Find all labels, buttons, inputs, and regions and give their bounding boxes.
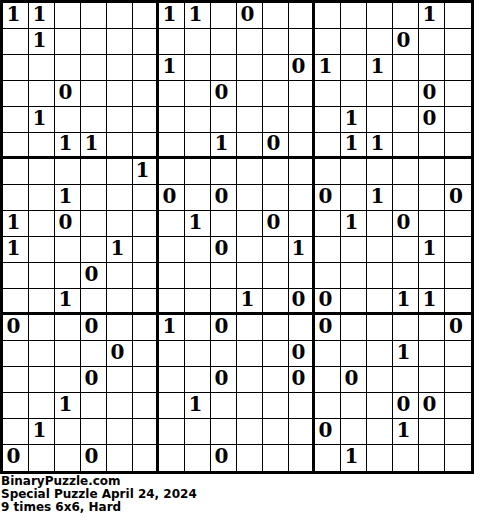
cell-r5c5[interactable] <box>107 107 133 133</box>
cell-r11c12[interactable] <box>289 263 315 289</box>
given-digit: 1 <box>371 54 385 78</box>
cell-r15c15[interactable] <box>367 367 393 393</box>
given-digit: 0 <box>397 210 411 234</box>
cell-r10c7[interactable] <box>159 237 185 263</box>
cell-r17c15[interactable] <box>367 419 393 445</box>
cell-r7c5[interactable] <box>107 159 133 185</box>
cell-r13c11[interactable] <box>263 315 289 341</box>
given-digit: 0 <box>215 444 229 468</box>
cell-r17c14[interactable] <box>341 419 367 445</box>
cell-r11c9[interactable] <box>211 263 237 289</box>
cell-r14c17[interactable] <box>419 341 445 367</box>
cell-r1c14[interactable] <box>341 3 367 29</box>
given-digit: 0 <box>215 314 229 338</box>
cell-r18c18[interactable] <box>445 445 471 471</box>
cell-r1c7: 1 <box>159 3 185 29</box>
cell-r7c15[interactable] <box>367 159 393 185</box>
cell-r3c17[interactable] <box>419 55 445 81</box>
given-digit: 0 <box>319 314 333 338</box>
cell-r4c11[interactable] <box>263 81 289 107</box>
cell-r9c1: 1 <box>3 211 29 237</box>
cell-r8c8[interactable] <box>185 185 211 211</box>
cell-r14c7[interactable] <box>159 341 185 367</box>
cell-r5c4[interactable] <box>81 107 107 133</box>
cell-r16c1[interactable] <box>3 393 29 419</box>
cell-r1c13[interactable] <box>315 3 341 29</box>
cell-r3c8[interactable] <box>185 55 211 81</box>
cell-r3c11[interactable] <box>263 55 289 81</box>
cell-r5c9[interactable] <box>211 107 237 133</box>
cell-r3c18[interactable] <box>445 55 471 81</box>
cell-r2c14[interactable] <box>341 29 367 55</box>
cell-r2c6[interactable] <box>133 29 159 55</box>
cell-r4c2[interactable] <box>29 81 55 107</box>
cell-r4c4[interactable] <box>81 81 107 107</box>
cell-r4c7[interactable] <box>159 81 185 107</box>
cell-r7c14[interactable] <box>341 159 367 185</box>
cell-r4c12[interactable] <box>289 81 315 107</box>
cell-r17c18[interactable] <box>445 419 471 445</box>
cell-r17c11[interactable] <box>263 419 289 445</box>
cell-r1c6[interactable] <box>133 3 159 29</box>
cell-r16c17: 0 <box>419 393 445 419</box>
cell-r14c3[interactable] <box>55 341 81 367</box>
cell-r11c7[interactable] <box>159 263 185 289</box>
cell-r6c3: 1 <box>55 133 81 159</box>
cell-r6c16[interactable] <box>393 133 419 159</box>
cell-r2c18[interactable] <box>445 29 471 55</box>
cell-r6c18[interactable] <box>445 133 471 159</box>
puzzle-board: 1111011010110001101110111100010101010110… <box>0 0 474 474</box>
given-digit: 0 <box>215 80 229 104</box>
cell-r8c6[interactable] <box>133 185 159 211</box>
cell-r1c2: 1 <box>29 3 55 29</box>
given-digit: 1 <box>397 418 411 442</box>
cell-r1c9[interactable] <box>211 3 237 29</box>
cell-r4c15[interactable] <box>367 81 393 107</box>
given-digit: 1 <box>189 2 203 26</box>
cell-r7c18[interactable] <box>445 159 471 185</box>
cell-r9c9[interactable] <box>211 211 237 237</box>
cell-r18c5[interactable] <box>107 445 133 471</box>
cell-r8c15: 1 <box>367 185 393 211</box>
cell-r15c14: 0 <box>341 367 367 393</box>
cell-r17c12[interactable] <box>289 419 315 445</box>
cell-r14c11[interactable] <box>263 341 289 367</box>
cell-r6c5[interactable] <box>107 133 133 159</box>
cell-r15c10[interactable] <box>237 367 263 393</box>
cell-r5c8[interactable] <box>185 107 211 133</box>
cell-r13c15[interactable] <box>367 315 393 341</box>
cell-r11c6[interactable] <box>133 263 159 289</box>
cell-r7c4[interactable] <box>81 159 107 185</box>
given-digit: 0 <box>85 444 99 468</box>
cell-r2c13[interactable] <box>315 29 341 55</box>
cell-r12c6[interactable] <box>133 289 159 315</box>
cell-r3c10[interactable] <box>237 55 263 81</box>
cell-r12c5[interactable] <box>107 289 133 315</box>
cell-r3c12: 0 <box>289 55 315 81</box>
cell-r18c2[interactable] <box>29 445 55 471</box>
cell-r6c15: 1 <box>367 133 393 159</box>
cell-r10c14[interactable] <box>341 237 367 263</box>
cell-r13c16[interactable] <box>393 315 419 341</box>
cell-r16c14[interactable] <box>341 393 367 419</box>
given-digit: 0 <box>215 184 229 208</box>
cell-r3c3[interactable] <box>55 55 81 81</box>
cell-r5c16[interactable] <box>393 107 419 133</box>
cell-r8c2[interactable] <box>29 185 55 211</box>
cell-r6c1[interactable] <box>3 133 29 159</box>
cell-r3c6[interactable] <box>133 55 159 81</box>
cell-r18c3[interactable] <box>55 445 81 471</box>
cell-r4c1[interactable] <box>3 81 29 107</box>
cell-r3c1[interactable] <box>3 55 29 81</box>
cell-r15c6[interactable] <box>133 367 159 393</box>
cell-r8c4[interactable] <box>81 185 107 211</box>
cell-r18c13[interactable] <box>315 445 341 471</box>
cell-r10c11[interactable] <box>263 237 289 263</box>
cell-r16c10[interactable] <box>237 393 263 419</box>
cell-r7c7[interactable] <box>159 159 185 185</box>
cell-r15c8[interactable] <box>185 367 211 393</box>
cell-r2c7[interactable] <box>159 29 185 55</box>
cell-r17c10[interactable] <box>237 419 263 445</box>
cell-r13c10[interactable] <box>237 315 263 341</box>
given-digit: 1 <box>85 131 99 155</box>
cell-r14c15[interactable] <box>367 341 393 367</box>
cell-r18c15[interactable] <box>367 445 393 471</box>
cell-r14c10[interactable] <box>237 341 263 367</box>
cell-r11c17[interactable] <box>419 263 445 289</box>
cell-r17c1[interactable] <box>3 419 29 445</box>
cell-r5c12[interactable] <box>289 107 315 133</box>
cell-r10c12: 1 <box>289 237 315 263</box>
cell-r2c12[interactable] <box>289 29 315 55</box>
cell-r13c8[interactable] <box>185 315 211 341</box>
cell-r13c6[interactable] <box>133 315 159 341</box>
cell-r12c8[interactable] <box>185 289 211 315</box>
cell-r1c15[interactable] <box>367 3 393 29</box>
cell-r2c1[interactable] <box>3 29 29 55</box>
cell-r7c13[interactable] <box>315 159 341 185</box>
cell-r9c18[interactable] <box>445 211 471 237</box>
cell-r18c10[interactable] <box>237 445 263 471</box>
given-digit: 1 <box>33 2 47 26</box>
cell-r4c13[interactable] <box>315 81 341 107</box>
cell-r10c8[interactable] <box>185 237 211 263</box>
cell-r6c10[interactable] <box>237 133 263 159</box>
given-digit: 1 <box>33 106 47 130</box>
cell-r16c7[interactable] <box>159 393 185 419</box>
cell-r14c9[interactable] <box>211 341 237 367</box>
cell-r14c6[interactable] <box>133 341 159 367</box>
cell-r17c4[interactable] <box>81 419 107 445</box>
cell-r8c3: 1 <box>55 185 81 211</box>
cell-r5c11[interactable] <box>263 107 289 133</box>
cell-r11c13[interactable] <box>315 263 341 289</box>
cell-r18c12[interactable] <box>289 445 315 471</box>
cell-r1c1: 1 <box>3 3 29 29</box>
cell-r1c12[interactable] <box>289 3 315 29</box>
cell-r10c15[interactable] <box>367 237 393 263</box>
cell-r3c4[interactable] <box>81 55 107 81</box>
cell-r1c16[interactable] <box>393 3 419 29</box>
cell-r2c9[interactable] <box>211 29 237 55</box>
cell-r2c8[interactable] <box>185 29 211 55</box>
cell-r13c12[interactable] <box>289 315 315 341</box>
cell-r5c18[interactable] <box>445 107 471 133</box>
cell-r15c1[interactable] <box>3 367 29 393</box>
cell-r9c12[interactable] <box>289 211 315 237</box>
cell-r11c2[interactable] <box>29 263 55 289</box>
cell-r2c5[interactable] <box>107 29 133 55</box>
cell-r8c18: 0 <box>445 185 471 211</box>
cell-r14c13[interactable] <box>315 341 341 367</box>
cell-r11c3[interactable] <box>55 263 81 289</box>
cell-r3c5[interactable] <box>107 55 133 81</box>
given-digit: 0 <box>241 2 255 26</box>
cell-r9c10[interactable] <box>237 211 263 237</box>
cell-r12c7[interactable] <box>159 289 185 315</box>
cell-r7c9[interactable] <box>211 159 237 185</box>
cell-r16c18[interactable] <box>445 393 471 419</box>
cell-r17c6[interactable] <box>133 419 159 445</box>
cell-r15c11[interactable] <box>263 367 289 393</box>
cell-r10c9: 0 <box>211 237 237 263</box>
cell-r14c4[interactable] <box>81 341 107 367</box>
cell-r2c15[interactable] <box>367 29 393 55</box>
cell-r13c18: 0 <box>445 315 471 341</box>
cell-r10c10[interactable] <box>237 237 263 263</box>
cell-r5c3[interactable] <box>55 107 81 133</box>
cell-r11c14[interactable] <box>341 263 367 289</box>
cell-r17c9[interactable] <box>211 419 237 445</box>
cell-r16c2[interactable] <box>29 393 55 419</box>
cell-r1c5[interactable] <box>107 3 133 29</box>
cell-r12c12: 0 <box>289 289 315 315</box>
cell-r8c17[interactable] <box>419 185 445 211</box>
cell-r7c2[interactable] <box>29 159 55 185</box>
given-digit: 1 <box>241 287 255 311</box>
cell-r16c4[interactable] <box>81 393 107 419</box>
cell-r7c11[interactable] <box>263 159 289 185</box>
cell-r2c11[interactable] <box>263 29 289 55</box>
cell-r6c8[interactable] <box>185 133 211 159</box>
cell-r4c10[interactable] <box>237 81 263 107</box>
cell-r9c5[interactable] <box>107 211 133 237</box>
cell-r18c6[interactable] <box>133 445 159 471</box>
cell-r3c14[interactable] <box>341 55 367 81</box>
cell-r2c10[interactable] <box>237 29 263 55</box>
cell-r5c15[interactable] <box>367 107 393 133</box>
cell-r14c14[interactable] <box>341 341 367 367</box>
cell-r11c10[interactable] <box>237 263 263 289</box>
cell-r6c13[interactable] <box>315 133 341 159</box>
cell-r4c8[interactable] <box>185 81 211 107</box>
cell-r11c5[interactable] <box>107 263 133 289</box>
cell-r13c2[interactable] <box>29 315 55 341</box>
cell-r14c1[interactable] <box>3 341 29 367</box>
cell-r6c2[interactable] <box>29 133 55 159</box>
cell-r9c13[interactable] <box>315 211 341 237</box>
cell-r15c2[interactable] <box>29 367 55 393</box>
cell-r13c3[interactable] <box>55 315 81 341</box>
cell-r7c1[interactable] <box>3 159 29 185</box>
given-digit: 1 <box>423 287 437 311</box>
cell-r14c8[interactable] <box>185 341 211 367</box>
cell-r5c10[interactable] <box>237 107 263 133</box>
cell-r2c3[interactable] <box>55 29 81 55</box>
cell-r10c18[interactable] <box>445 237 471 263</box>
cell-r12c2[interactable] <box>29 289 55 315</box>
cell-r16c9[interactable] <box>211 393 237 419</box>
cell-r12c4[interactable] <box>81 289 107 315</box>
cell-r17c8[interactable] <box>185 419 211 445</box>
cell-r16c15[interactable] <box>367 393 393 419</box>
cell-r16c6[interactable] <box>133 393 159 419</box>
given-digit: 0 <box>163 184 177 208</box>
cell-r15c5[interactable] <box>107 367 133 393</box>
cell-r7c10[interactable] <box>237 159 263 185</box>
cell-r11c16[interactable] <box>393 263 419 289</box>
cell-r10c13[interactable] <box>315 237 341 263</box>
given-digit: 0 <box>215 366 229 390</box>
cell-r3c16[interactable] <box>393 55 419 81</box>
cell-r14c18[interactable] <box>445 341 471 367</box>
cell-r6c12[interactable] <box>289 133 315 159</box>
cell-r13c17[interactable] <box>419 315 445 341</box>
cell-r7c3[interactable] <box>55 159 81 185</box>
cell-r18c16[interactable] <box>393 445 419 471</box>
cell-r18c7[interactable] <box>159 445 185 471</box>
cell-r15c18[interactable] <box>445 367 471 393</box>
given-digit: 1 <box>189 392 203 416</box>
cell-r6c7[interactable] <box>159 133 185 159</box>
cell-r16c13[interactable] <box>315 393 341 419</box>
cell-r4c3: 0 <box>55 81 81 107</box>
cell-r16c8: 1 <box>185 393 211 419</box>
cell-r4c14[interactable] <box>341 81 367 107</box>
cell-r14c2[interactable] <box>29 341 55 367</box>
given-digit: 0 <box>85 314 99 338</box>
cell-r8c5[interactable] <box>107 185 133 211</box>
cell-r16c11[interactable] <box>263 393 289 419</box>
cell-r8c11[interactable] <box>263 185 289 211</box>
cell-r18c11[interactable] <box>263 445 289 471</box>
cell-r10c16[interactable] <box>393 237 419 263</box>
cell-r8c14[interactable] <box>341 185 367 211</box>
cell-r3c9[interactable] <box>211 55 237 81</box>
cell-r12c18[interactable] <box>445 289 471 315</box>
given-digit: 0 <box>397 28 411 52</box>
cell-r11c1[interactable] <box>3 263 29 289</box>
cell-r8c12[interactable] <box>289 185 315 211</box>
cell-r11c11[interactable] <box>263 263 289 289</box>
cell-r7c12[interactable] <box>289 159 315 185</box>
cell-r15c17[interactable] <box>419 367 445 393</box>
cell-r8c10[interactable] <box>237 185 263 211</box>
cell-r17c17[interactable] <box>419 419 445 445</box>
cell-r9c6[interactable] <box>133 211 159 237</box>
cell-r15c13[interactable] <box>315 367 341 393</box>
cell-r9c2[interactable] <box>29 211 55 237</box>
cell-r17c7[interactable] <box>159 419 185 445</box>
cell-r4c5[interactable] <box>107 81 133 107</box>
cell-r5c13[interactable] <box>315 107 341 133</box>
given-digit: 1 <box>33 28 47 52</box>
cell-r10c4[interactable] <box>81 237 107 263</box>
cell-r16c12[interactable] <box>289 393 315 419</box>
cell-r2c17[interactable] <box>419 29 445 55</box>
cell-r6c17[interactable] <box>419 133 445 159</box>
cell-r5c6[interactable] <box>133 107 159 133</box>
cell-r18c8[interactable] <box>185 445 211 471</box>
cell-r15c7[interactable] <box>159 367 185 393</box>
cell-r9c17[interactable] <box>419 211 445 237</box>
cell-r7c8[interactable] <box>185 159 211 185</box>
given-digit: 1 <box>319 54 333 78</box>
cell-r10c6[interactable] <box>133 237 159 263</box>
cell-r12c15[interactable] <box>367 289 393 315</box>
cell-r9c4[interactable] <box>81 211 107 237</box>
cell-r3c2[interactable] <box>29 55 55 81</box>
cell-r12c1[interactable] <box>3 289 29 315</box>
given-digit: 1 <box>371 131 385 155</box>
cell-r1c11[interactable] <box>263 3 289 29</box>
cell-r1c18[interactable] <box>445 3 471 29</box>
cell-r7c16[interactable] <box>393 159 419 185</box>
cell-r15c3[interactable] <box>55 367 81 393</box>
cell-r15c16[interactable] <box>393 367 419 393</box>
cell-r12c9[interactable] <box>211 289 237 315</box>
cell-r17c5[interactable] <box>107 419 133 445</box>
cell-r13c14[interactable] <box>341 315 367 341</box>
cell-r7c17[interactable] <box>419 159 445 185</box>
given-digit: 1 <box>111 236 125 260</box>
cell-r5c7[interactable] <box>159 107 185 133</box>
cell-r17c3[interactable] <box>55 419 81 445</box>
cell-r12c11[interactable] <box>263 289 289 315</box>
cell-r10c2[interactable] <box>29 237 55 263</box>
cell-r11c18[interactable] <box>445 263 471 289</box>
cell-r18c17[interactable] <box>419 445 445 471</box>
cell-r1c4[interactable] <box>81 3 107 29</box>
cell-r1c3[interactable] <box>55 3 81 29</box>
cell-r11c8[interactable] <box>185 263 211 289</box>
cell-r8c1[interactable] <box>3 185 29 211</box>
cell-r18c14: 1 <box>341 445 367 471</box>
given-digit: 1 <box>59 392 73 416</box>
cell-r2c4[interactable] <box>81 29 107 55</box>
cell-r6c6[interactable] <box>133 133 159 159</box>
cell-r4c6[interactable] <box>133 81 159 107</box>
cell-r13c13: 0 <box>315 315 341 341</box>
cell-r4c18[interactable] <box>445 81 471 107</box>
cell-r4c16[interactable] <box>393 81 419 107</box>
given-digit: 0 <box>292 287 306 311</box>
cell-r9c15[interactable] <box>367 211 393 237</box>
cell-r8c7: 0 <box>159 185 185 211</box>
cell-r16c5[interactable] <box>107 393 133 419</box>
cell-r8c16[interactable] <box>393 185 419 211</box>
cell-r11c15[interactable] <box>367 263 393 289</box>
cell-r10c3[interactable] <box>55 237 81 263</box>
cell-r12c14[interactable] <box>341 289 367 315</box>
cell-r9c7[interactable] <box>159 211 185 237</box>
cell-r13c5[interactable] <box>107 315 133 341</box>
cell-r5c1[interactable] <box>3 107 29 133</box>
